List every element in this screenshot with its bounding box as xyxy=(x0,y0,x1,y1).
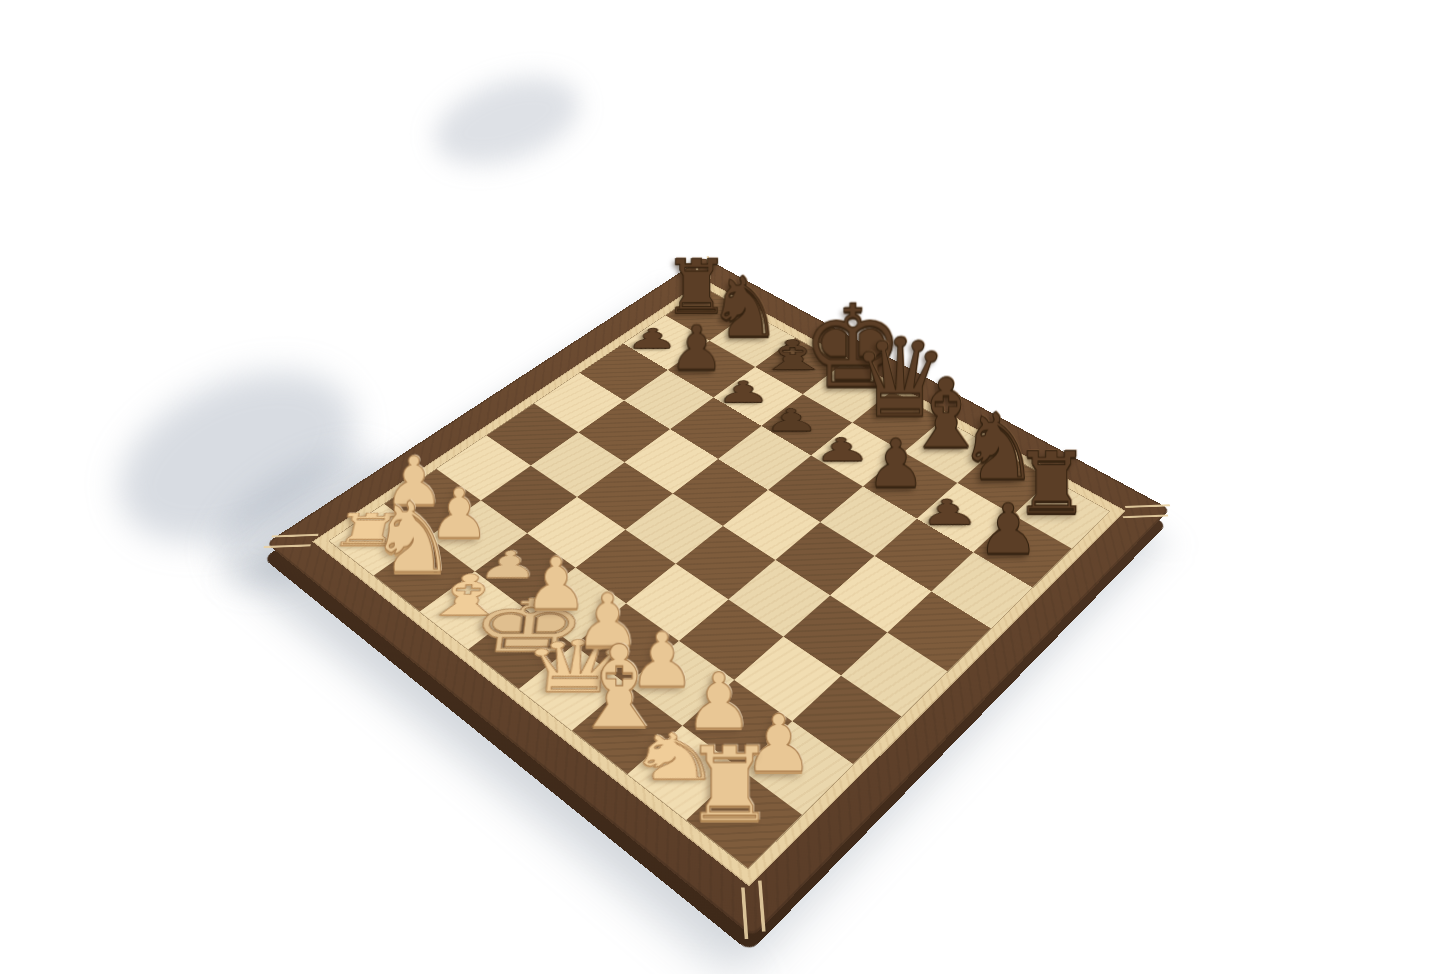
board-grid: ♜♞♝♚♛♝♞♜♟♟♟♟♟♟♟♟♟♟♟♟♟♟♟♟♜♞♝♚♛♝♞♜ xyxy=(329,288,1109,868)
piece-black-pawn[interactable]: ♟ xyxy=(973,494,1044,564)
piece-cast-shadow-blob xyxy=(424,61,591,182)
photo-scene: ♜♞♝♚♛♝♞♜♟♟♟♟♟♟♟♟♟♟♟♟♟♟♟♟♜♞♝♚♛♝♞♜ xyxy=(0,0,1445,974)
piece-white-bishop[interactable]: ♝ xyxy=(568,631,647,745)
piece-white-rook[interactable]: ♜ xyxy=(683,733,766,836)
piece-black-pawn[interactable]: ♟ xyxy=(862,431,930,498)
maple-inlay-border: ♜♞♝♚♛♝♞♜♟♟♟♟♟♟♟♟♟♟♟♟♟♟♟♟♜♞♝♚♛♝♞♜ xyxy=(312,280,1126,887)
corner-spline-inlay xyxy=(263,544,310,548)
corner-spline-inlay xyxy=(758,880,766,931)
corner-spline-inlay xyxy=(272,534,319,538)
corner-spline-inlay xyxy=(1123,514,1169,518)
piece-white-knight[interactable]: ♞ xyxy=(369,490,441,588)
chess-board: ♜♞♝♚♛♝♞♜♟♟♟♟♟♟♟♟♟♟♟♟♟♟♟♟♜♞♝♚♛♝♞♜ xyxy=(266,257,1170,937)
piece-black-pawn[interactable]: ♟ xyxy=(665,318,727,380)
corner-spline-inlay xyxy=(1125,504,1171,508)
